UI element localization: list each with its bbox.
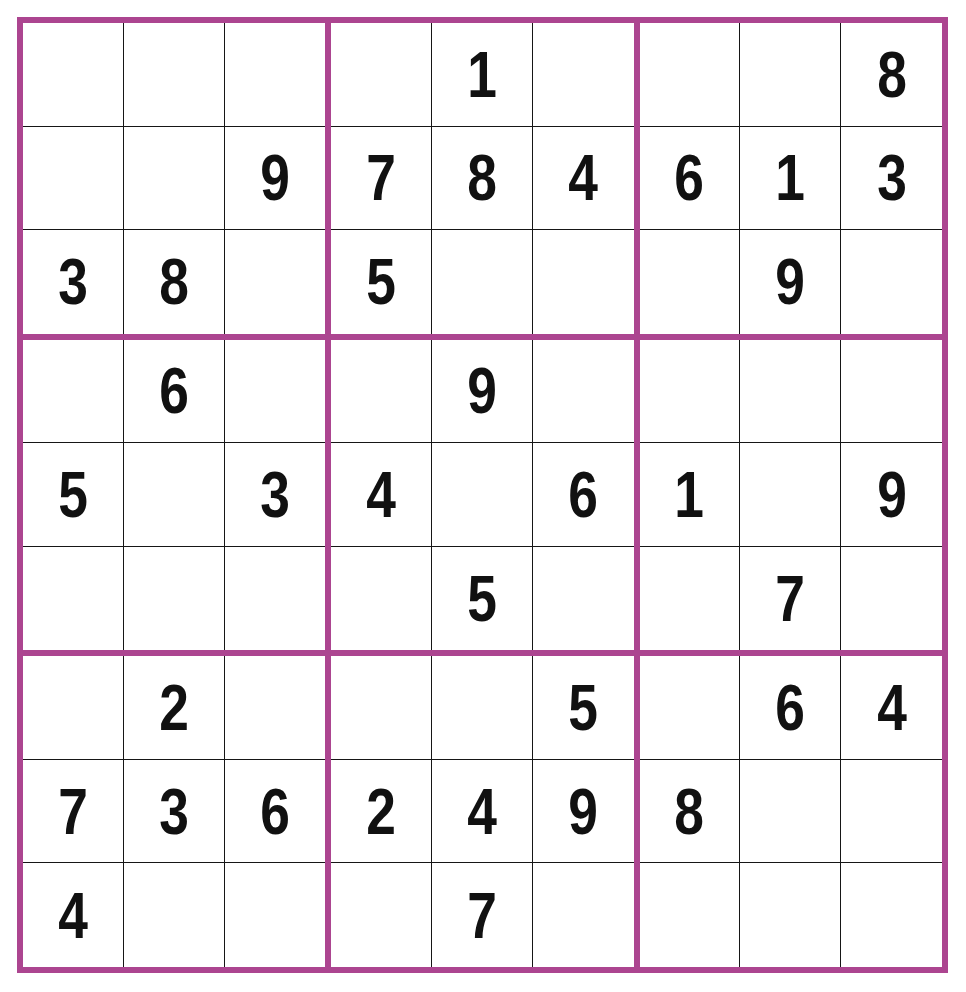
cell-r1c9[interactable]: 8 <box>841 23 942 127</box>
cell-r5c2[interactable] <box>124 443 225 547</box>
cell-r8c8[interactable] <box>740 760 841 864</box>
cell-r7c6[interactable]: 5 <box>533 656 634 760</box>
cell-r4c9[interactable] <box>841 340 942 444</box>
box-r3c3: 6 4 8 <box>637 653 945 970</box>
cell-value: 3 <box>58 249 88 314</box>
cell-value: 8 <box>675 779 705 844</box>
cell-r9c9[interactable] <box>841 863 942 967</box>
cell-value: 1 <box>467 42 497 107</box>
cell-r1c8[interactable] <box>740 23 841 127</box>
cell-r1c7[interactable] <box>640 23 741 127</box>
cell-r2c1[interactable] <box>23 127 124 231</box>
cell-r3c6[interactable] <box>533 230 634 334</box>
cell-r4c3[interactable] <box>225 340 326 444</box>
cell-r4c4[interactable] <box>331 340 432 444</box>
cell-r7c1[interactable] <box>23 656 124 760</box>
cell-value: 4 <box>467 779 497 844</box>
cell-r2c6[interactable]: 4 <box>533 127 634 231</box>
cell-value: 3 <box>260 462 290 527</box>
cell-r6c8[interactable]: 7 <box>740 547 841 651</box>
cell-value: 5 <box>58 462 88 527</box>
cell-r8c1[interactable]: 7 <box>23 760 124 864</box>
cell-r1c6[interactable] <box>533 23 634 127</box>
cell-r5c1[interactable]: 5 <box>23 443 124 547</box>
cell-value: 8 <box>159 249 189 314</box>
cell-r4c6[interactable] <box>533 340 634 444</box>
cell-r3c1[interactable]: 3 <box>23 230 124 334</box>
cell-r7c3[interactable] <box>225 656 326 760</box>
cell-r7c7[interactable] <box>640 656 741 760</box>
cell-r2c8[interactable]: 1 <box>740 127 841 231</box>
cell-value: 9 <box>568 779 598 844</box>
cell-r9c2[interactable] <box>124 863 225 967</box>
cell-r1c3[interactable] <box>225 23 326 127</box>
cell-r6c6[interactable] <box>533 547 634 651</box>
sudoku-page: 9 3 8 1 7 8 4 5 8 6 1 3 9 <box>0 0 966 992</box>
cell-r7c2[interactable]: 2 <box>124 656 225 760</box>
cell-r4c5[interactable]: 9 <box>432 340 533 444</box>
box-r2c2: 9 4 6 5 <box>328 337 636 654</box>
cell-value: 8 <box>467 145 497 210</box>
cell-r1c2[interactable] <box>124 23 225 127</box>
cell-r9c7[interactable] <box>640 863 741 967</box>
cell-r2c2[interactable] <box>124 127 225 231</box>
cell-value: 6 <box>159 358 189 423</box>
cell-r3c7[interactable] <box>640 230 741 334</box>
cell-value: 6 <box>568 462 598 527</box>
cell-r2c7[interactable]: 6 <box>640 127 741 231</box>
cell-value: 1 <box>776 145 806 210</box>
cell-value: 2 <box>366 779 396 844</box>
cell-r9c6[interactable] <box>533 863 634 967</box>
cell-r8c4[interactable]: 2 <box>331 760 432 864</box>
cell-value: 6 <box>776 675 806 740</box>
cell-r6c5[interactable]: 5 <box>432 547 533 651</box>
cell-r9c4[interactable] <box>331 863 432 967</box>
cell-r5c9[interactable]: 9 <box>841 443 942 547</box>
cell-r6c1[interactable] <box>23 547 124 651</box>
cell-r9c5[interactable]: 7 <box>432 863 533 967</box>
cell-r5c8[interactable] <box>740 443 841 547</box>
cell-r7c9[interactable]: 4 <box>841 656 942 760</box>
cell-r6c9[interactable] <box>841 547 942 651</box>
cell-r3c4[interactable]: 5 <box>331 230 432 334</box>
cell-r6c2[interactable] <box>124 547 225 651</box>
cell-r7c8[interactable]: 6 <box>740 656 841 760</box>
box-r1c1: 9 3 8 <box>20 20 328 337</box>
cell-r6c3[interactable] <box>225 547 326 651</box>
cell-r1c5[interactable]: 1 <box>432 23 533 127</box>
sudoku-board: 9 3 8 1 7 8 4 5 8 6 1 3 9 <box>17 17 948 973</box>
cell-value: 4 <box>58 883 88 948</box>
cell-value: 7 <box>776 566 806 631</box>
cell-r8c2[interactable]: 3 <box>124 760 225 864</box>
cell-r1c4[interactable] <box>331 23 432 127</box>
box-r1c3: 8 6 1 3 9 <box>637 20 945 337</box>
cell-r6c7[interactable] <box>640 547 741 651</box>
cell-r8c3[interactable]: 6 <box>225 760 326 864</box>
box-r2c3: 1 9 7 <box>637 337 945 654</box>
cell-r8c5[interactable]: 4 <box>432 760 533 864</box>
cell-value: 4 <box>877 675 907 740</box>
box-r1c2: 1 7 8 4 5 <box>328 20 636 337</box>
cell-r8c9[interactable] <box>841 760 942 864</box>
cell-r9c3[interactable] <box>225 863 326 967</box>
cell-value: 3 <box>159 779 189 844</box>
cell-r1c1[interactable] <box>23 23 124 127</box>
cell-r7c5[interactable] <box>432 656 533 760</box>
cell-r5c7[interactable]: 1 <box>640 443 741 547</box>
cell-r5c6[interactable]: 6 <box>533 443 634 547</box>
cell-r3c9[interactable] <box>841 230 942 334</box>
cell-value: 5 <box>568 675 598 740</box>
cell-r5c4[interactable]: 4 <box>331 443 432 547</box>
cell-r3c5[interactable] <box>432 230 533 334</box>
box-r3c1: 2 7 3 6 4 <box>20 653 328 970</box>
cell-value: 7 <box>366 145 396 210</box>
cell-value: 2 <box>159 675 189 740</box>
cell-value: 8 <box>877 42 907 107</box>
cell-value: 5 <box>467 566 497 631</box>
cell-r4c2[interactable]: 6 <box>124 340 225 444</box>
cell-r9c8[interactable] <box>740 863 841 967</box>
cell-r3c8[interactable]: 9 <box>740 230 841 334</box>
cell-value: 3 <box>877 145 907 210</box>
cell-r5c5[interactable] <box>432 443 533 547</box>
cell-r2c3[interactable]: 9 <box>225 127 326 231</box>
cell-value: 9 <box>776 249 806 314</box>
cell-r2c5[interactable]: 8 <box>432 127 533 231</box>
cell-value: 4 <box>366 462 396 527</box>
cell-value: 6 <box>675 145 705 210</box>
cell-r4c1[interactable] <box>23 340 124 444</box>
cell-r4c8[interactable] <box>740 340 841 444</box>
cell-value: 5 <box>366 249 396 314</box>
cell-value: 7 <box>467 883 497 948</box>
cell-value: 4 <box>568 145 598 210</box>
cell-value: 9 <box>467 358 497 423</box>
cell-r7c4[interactable] <box>331 656 432 760</box>
cell-r9c1[interactable]: 4 <box>23 863 124 967</box>
cell-r5c3[interactable]: 3 <box>225 443 326 547</box>
cell-r2c9[interactable]: 3 <box>841 127 942 231</box>
cell-r3c3[interactable] <box>225 230 326 334</box>
cell-r8c7[interactable]: 8 <box>640 760 741 864</box>
cell-value: 1 <box>675 462 705 527</box>
cell-r2c4[interactable]: 7 <box>331 127 432 231</box>
cell-r4c7[interactable] <box>640 340 741 444</box>
cell-r8c6[interactable]: 9 <box>533 760 634 864</box>
cell-value: 9 <box>877 462 907 527</box>
cell-value: 7 <box>58 779 88 844</box>
cell-value: 6 <box>260 779 290 844</box>
box-r3c2: 5 2 4 9 7 <box>328 653 636 970</box>
box-r2c1: 6 5 3 <box>20 337 328 654</box>
cell-r3c2[interactable]: 8 <box>124 230 225 334</box>
cell-r6c4[interactable] <box>331 547 432 651</box>
cell-value: 9 <box>260 145 290 210</box>
